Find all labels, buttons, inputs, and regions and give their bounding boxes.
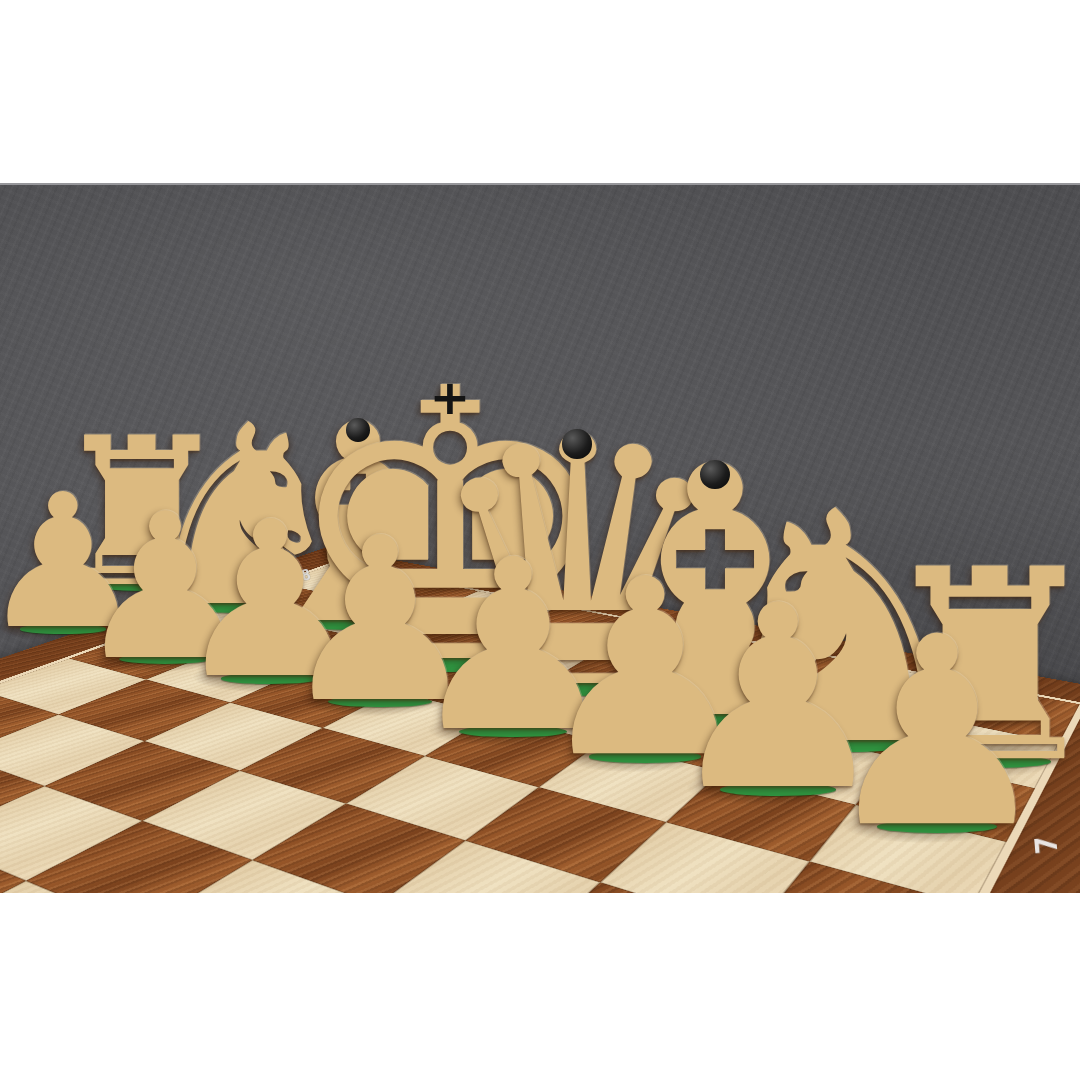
white-pawn-glyph: ♟ <box>807 624 1068 843</box>
white-pawn-a2: ♟ <box>807 624 1068 843</box>
photo-stage: 88487♜♞♝♚+♛♝♞♜♟♟♟♟♟♟♟♟ <box>0 183 1080 893</box>
chess-set-photo: 88487♜♞♝♚+♛♝♞♜♟♟♟♟♟♟♟♟ <box>0 0 1080 1080</box>
bottom-white-border <box>0 893 1080 1080</box>
top-white-border <box>0 0 1080 183</box>
